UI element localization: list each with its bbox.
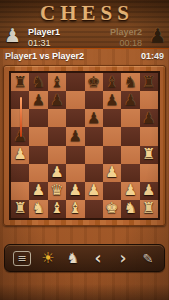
square-f3[interactable]: ♟ (103, 164, 121, 182)
square-c4[interactable] (48, 146, 66, 164)
piece-white-pawn: ♟ (69, 183, 82, 198)
square-b8[interactable]: ♞ (29, 73, 47, 91)
piece-white-knight: ♞ (124, 201, 137, 216)
square-b5[interactable] (29, 127, 47, 145)
square-a2[interactable] (11, 182, 29, 200)
piece-black-pawn: ♟ (105, 93, 118, 108)
piece-black-pawn: ♟ (32, 93, 45, 108)
square-a4[interactable]: ♟ (11, 146, 29, 164)
piece-white-rook: ♜ (142, 147, 155, 162)
redo-icon: › (119, 250, 126, 267)
square-a1[interactable]: ♜ (11, 200, 29, 218)
piece-white-rook: ♜ (13, 201, 26, 216)
square-b7[interactable]: ♟ (29, 91, 47, 109)
square-g4[interactable] (121, 146, 139, 164)
piece-black-bishop: ♝ (50, 75, 63, 90)
toolbar: ≡☀♞‹›✎ (4, 244, 165, 272)
square-d1[interactable]: ♝ (66, 200, 84, 218)
square-f5[interactable] (103, 127, 121, 145)
piece-white-pawn: ♟ (50, 165, 63, 180)
square-g5[interactable] (121, 127, 139, 145)
piece-white-knight: ♞ (32, 201, 45, 216)
header: CHESS ♟ Player1 01:31 Player2 00:18 ♟ (0, 0, 169, 48)
square-g2[interactable]: ♟ (121, 182, 139, 200)
square-h2[interactable]: ♟ (140, 182, 158, 200)
square-f7[interactable]: ♟ (103, 91, 121, 109)
black-pawn-icon: ♟ (149, 26, 166, 45)
square-f8[interactable]: ♝ (103, 73, 121, 91)
bottom-shade (0, 284, 169, 300)
square-c1[interactable]: ♝ (48, 200, 66, 218)
piece-black-pawn: ♟ (87, 111, 100, 126)
white-player-clock: 01:31 (28, 38, 51, 48)
piece-white-queen: ♛ (50, 183, 63, 198)
piece-white-pawn: ♟ (32, 183, 45, 198)
piece-black-king: ♚ (87, 75, 100, 90)
square-h1[interactable]: ♜ (140, 200, 158, 218)
piece-black-pawn: ♟ (142, 111, 155, 126)
notation-button[interactable]: ✎ (140, 249, 156, 267)
square-e3[interactable] (85, 164, 103, 182)
matchup-label: Player1 vs Player2 (5, 51, 84, 61)
square-e2[interactable]: ♟ (85, 182, 103, 200)
piece-black-pawn: ♟ (69, 129, 82, 144)
square-a8[interactable]: ♜ (11, 73, 29, 91)
square-d2[interactable]: ♟ (66, 182, 84, 200)
menu-icon: ≡ (17, 253, 26, 264)
piece-white-bishop: ♝ (69, 201, 82, 216)
square-c8[interactable]: ♝ (48, 73, 66, 91)
square-h8[interactable]: ♜ (140, 73, 158, 91)
square-b4[interactable] (29, 146, 47, 164)
square-e7[interactable] (85, 91, 103, 109)
piece-white-pawn: ♟ (105, 165, 118, 180)
square-d5[interactable]: ♟ (66, 127, 84, 145)
square-d8[interactable] (66, 73, 84, 91)
piece-black-rook: ♜ (13, 75, 26, 90)
square-b1[interactable]: ♞ (29, 200, 47, 218)
square-c2[interactable]: ♛ (48, 182, 66, 200)
square-g3[interactable] (121, 164, 139, 182)
status-bar: Player1 vs Player2 01:49 (0, 48, 169, 62)
piece-white-king: ♚ (105, 201, 118, 216)
square-g6[interactable] (121, 109, 139, 127)
square-f4[interactable] (103, 146, 121, 164)
last-move-line (20, 97, 22, 137)
piece-white-rook: ♜ (142, 201, 155, 216)
square-b2[interactable]: ♟ (29, 182, 47, 200)
square-g8[interactable]: ♞ (121, 73, 139, 91)
undo-icon: ‹ (94, 250, 101, 267)
game-timer: 01:49 (141, 51, 164, 61)
hint-icon: ☀ (41, 251, 54, 266)
square-c7[interactable]: ♟ (48, 91, 66, 109)
piece-black-bishop: ♝ (105, 75, 118, 90)
black-player-name: Player2 (110, 27, 142, 37)
board-frame: ♜♞♝♚♝♞♜♟♟♟♟♟♟♟♟♟♜♟♟♟♛♟♟♟♟♜♞♝♝♚♞♜ (3, 65, 166, 226)
square-b6[interactable] (29, 109, 47, 127)
chess-board: ♜♞♝♚♝♞♜♟♟♟♟♟♟♟♟♟♜♟♟♟♛♟♟♟♟♜♞♝♝♚♞♜ (9, 71, 160, 220)
piece-white-pawn: ♟ (124, 183, 137, 198)
redo-button[interactable]: › (115, 249, 131, 267)
piece-black-pawn: ♟ (124, 93, 137, 108)
black-player-clock: 00:18 (119, 38, 142, 48)
square-e6[interactable]: ♟ (85, 109, 103, 127)
square-f6[interactable] (103, 109, 121, 127)
piece-black-knight: ♞ (124, 75, 137, 90)
square-e8[interactable]: ♚ (85, 73, 103, 91)
square-e1[interactable] (85, 200, 103, 218)
piece-black-rook: ♜ (142, 75, 155, 90)
square-g1[interactable]: ♞ (121, 200, 139, 218)
notation-icon: ✎ (143, 252, 154, 265)
square-d6[interactable] (66, 109, 84, 127)
piece-white-pawn: ♟ (142, 183, 155, 198)
square-h4[interactable]: ♜ (140, 146, 158, 164)
square-f1[interactable]: ♚ (103, 200, 121, 218)
square-h5[interactable] (140, 127, 158, 145)
piece-black-pawn: ♟ (50, 93, 63, 108)
app-window: CHESS ♟ Player1 01:31 Player2 00:18 ♟ Pl… (0, 0, 169, 300)
square-e4[interactable] (85, 146, 103, 164)
square-h3[interactable] (140, 164, 158, 182)
pieces-button[interactable]: ♞ (65, 249, 81, 267)
square-e5[interactable] (85, 127, 103, 145)
square-g7[interactable]: ♟ (121, 91, 139, 109)
square-a3[interactable] (11, 164, 29, 182)
white-player-name: Player1 (28, 27, 60, 37)
square-h7[interactable] (140, 91, 158, 109)
square-d4[interactable] (66, 146, 84, 164)
square-c5[interactable] (48, 127, 66, 145)
white-pawn-icon: ♟ (4, 26, 21, 45)
hint-button[interactable]: ☀ (40, 249, 56, 267)
square-b3[interactable] (29, 164, 47, 182)
menu-button[interactable]: ≡ (13, 251, 31, 266)
piece-white-pawn: ♟ (13, 147, 26, 162)
square-d7[interactable] (66, 91, 84, 109)
square-h6[interactable]: ♟ (140, 109, 158, 127)
piece-white-bishop: ♝ (50, 201, 63, 216)
piece-white-pawn: ♟ (87, 183, 100, 198)
square-c3[interactable]: ♟ (48, 164, 66, 182)
square-c6[interactable] (48, 109, 66, 127)
piece-black-knight: ♞ (32, 75, 45, 90)
pieces-icon: ♞ (67, 251, 80, 265)
square-f2[interactable] (103, 182, 121, 200)
undo-button[interactable]: ‹ (90, 249, 106, 267)
app-title: CHESS (0, 1, 169, 26)
square-d3[interactable] (66, 164, 84, 182)
